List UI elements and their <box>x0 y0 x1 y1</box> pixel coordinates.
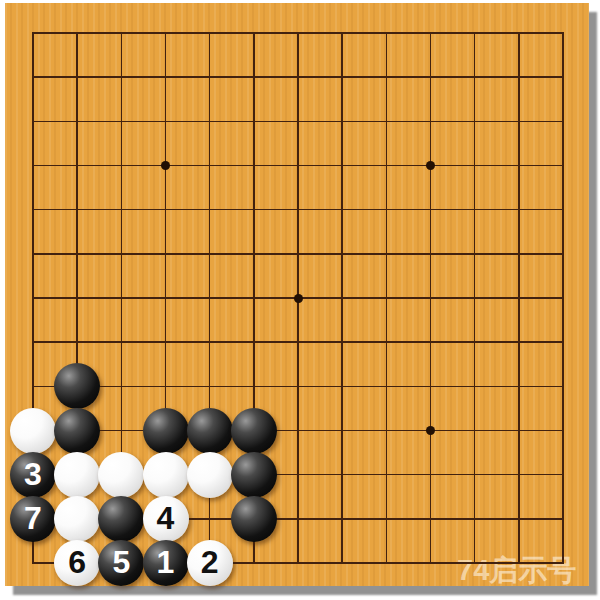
go-board[interactable]: 74启示号 3746512 <box>5 3 589 586</box>
black-stone <box>231 408 277 454</box>
move-number-label: 5 <box>112 546 130 578</box>
black-stone <box>54 363 100 409</box>
black-stone <box>187 408 233 454</box>
grid-line-horizontal <box>32 430 564 432</box>
grid-line-horizontal <box>32 341 564 343</box>
black-stone <box>98 496 144 542</box>
star-point <box>426 161 435 170</box>
black-stone-move-1: 1 <box>143 540 189 586</box>
white-stone-move-6: 6 <box>54 540 100 586</box>
white-stone <box>54 452 100 498</box>
move-number-label: 3 <box>24 458 42 490</box>
move-number-label: 1 <box>157 546 175 578</box>
move-number-label: 2 <box>201 546 219 578</box>
star-point <box>161 161 170 170</box>
black-stone <box>231 452 277 498</box>
grid-line-vertical <box>518 32 520 564</box>
black-stone <box>143 408 189 454</box>
move-number-label: 7 <box>24 502 42 534</box>
star-point <box>294 294 303 303</box>
grid-line-vertical <box>341 32 343 564</box>
grid-line-vertical <box>474 32 476 564</box>
watermark: 74启示号 <box>457 551 589 591</box>
black-stone <box>54 408 100 454</box>
white-stone <box>54 496 100 542</box>
move-number-label: 4 <box>157 502 175 534</box>
white-stone <box>143 452 189 498</box>
white-stone <box>98 452 144 498</box>
white-stone <box>187 452 233 498</box>
black-stone-move-3: 3 <box>10 452 56 498</box>
white-stone-move-2: 2 <box>187 540 233 586</box>
star-point <box>426 426 435 435</box>
grid-line-vertical <box>386 32 388 564</box>
grid-line-vertical <box>430 32 432 564</box>
white-stone <box>10 408 56 454</box>
black-stone-move-5: 5 <box>98 540 144 586</box>
black-stone-move-7: 7 <box>10 496 56 542</box>
white-stone-move-4: 4 <box>143 496 189 542</box>
black-stone <box>231 496 277 542</box>
move-number-label: 6 <box>68 546 86 578</box>
grid-line-horizontal <box>32 386 564 388</box>
grid-line-vertical <box>562 32 564 564</box>
